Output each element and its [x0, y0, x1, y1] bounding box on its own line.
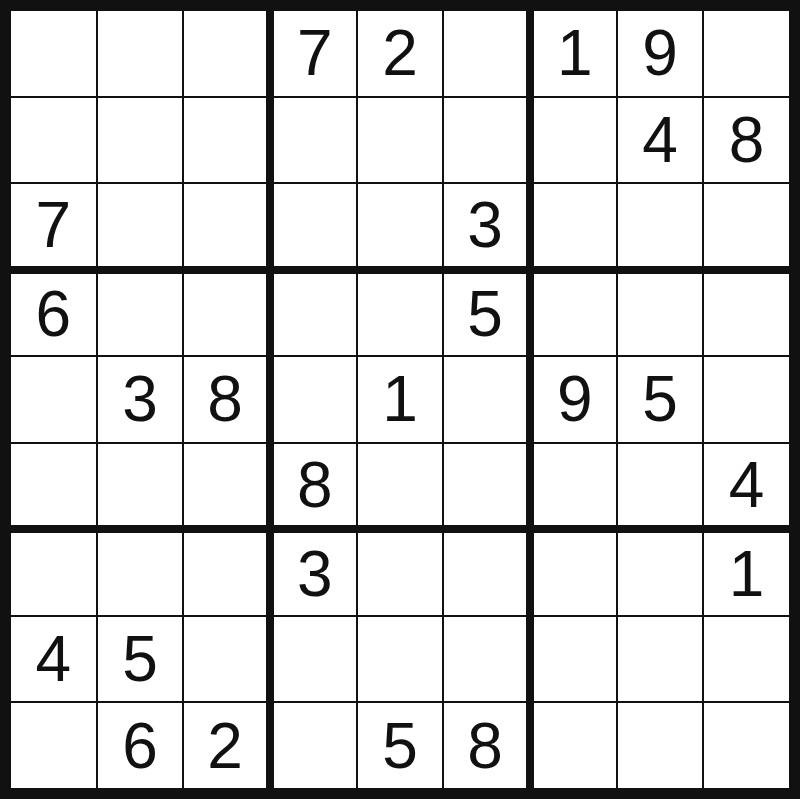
cell-r9c9[interactable] [703, 702, 790, 789]
cell-r4c6: 5 [443, 270, 530, 357]
cell-r3c9[interactable] [703, 183, 790, 270]
cell-r2c5[interactable] [357, 97, 444, 184]
cell-r5c5: 1 [357, 356, 444, 443]
cell-r8c6[interactable] [443, 616, 530, 703]
cell-r7c3[interactable] [183, 529, 270, 616]
cell-r1c2[interactable] [97, 10, 184, 97]
cell-r9c8[interactable] [617, 702, 704, 789]
cell-r5c9[interactable] [703, 356, 790, 443]
cell-r9c3: 2 [183, 702, 270, 789]
cell-r1c4: 7 [270, 10, 357, 97]
cell-r9c7[interactable] [530, 702, 617, 789]
cell-r5c4[interactable] [270, 356, 357, 443]
cell-r2c8: 4 [617, 97, 704, 184]
cell-r3c8[interactable] [617, 183, 704, 270]
cell-r2c3[interactable] [183, 97, 270, 184]
cell-r6c7[interactable] [530, 443, 617, 530]
cell-r3c6: 3 [443, 183, 530, 270]
cell-r2c2[interactable] [97, 97, 184, 184]
cell-r5c6[interactable] [443, 356, 530, 443]
cell-r7c5[interactable] [357, 529, 444, 616]
cell-r1c6[interactable] [443, 10, 530, 97]
cell-r7c8[interactable] [617, 529, 704, 616]
cell-r3c4[interactable] [270, 183, 357, 270]
cell-r6c3[interactable] [183, 443, 270, 530]
cell-r5c1[interactable] [10, 356, 97, 443]
cell-r3c7[interactable] [530, 183, 617, 270]
cell-r8c4[interactable] [270, 616, 357, 703]
cell-r5c7: 9 [530, 356, 617, 443]
cell-r6c1[interactable] [10, 443, 97, 530]
cell-r8c7[interactable] [530, 616, 617, 703]
cell-r3c5[interactable] [357, 183, 444, 270]
cell-r8c2: 5 [97, 616, 184, 703]
cell-r2c7[interactable] [530, 97, 617, 184]
cell-r3c1: 7 [10, 183, 97, 270]
cell-r7c4: 3 [270, 529, 357, 616]
cell-r6c2[interactable] [97, 443, 184, 530]
cell-r3c2[interactable] [97, 183, 184, 270]
cell-r4c5[interactable] [357, 270, 444, 357]
sudoku-board: 7219487365381958431456258 [0, 0, 800, 799]
cell-r9c5: 5 [357, 702, 444, 789]
cell-r5c8: 5 [617, 356, 704, 443]
cell-r2c9: 8 [703, 97, 790, 184]
cell-r7c2[interactable] [97, 529, 184, 616]
cell-r6c4: 8 [270, 443, 357, 530]
cell-r9c4[interactable] [270, 702, 357, 789]
cell-r1c3[interactable] [183, 10, 270, 97]
cell-r3c3[interactable] [183, 183, 270, 270]
cell-r7c7[interactable] [530, 529, 617, 616]
cell-r9c6: 8 [443, 702, 530, 789]
cell-r5c3: 8 [183, 356, 270, 443]
cell-r4c4[interactable] [270, 270, 357, 357]
cell-r8c9[interactable] [703, 616, 790, 703]
cell-r4c7[interactable] [530, 270, 617, 357]
cell-r6c5[interactable] [357, 443, 444, 530]
cell-r9c1[interactable] [10, 702, 97, 789]
cell-r4c8[interactable] [617, 270, 704, 357]
cell-r7c9: 1 [703, 529, 790, 616]
cell-r8c3[interactable] [183, 616, 270, 703]
cell-r1c8: 9 [617, 10, 704, 97]
cell-r6c6[interactable] [443, 443, 530, 530]
cell-r4c1: 6 [10, 270, 97, 357]
cell-r1c1[interactable] [10, 10, 97, 97]
cell-r8c1: 4 [10, 616, 97, 703]
cell-r5c2: 3 [97, 356, 184, 443]
cell-r2c1[interactable] [10, 97, 97, 184]
cell-r2c4[interactable] [270, 97, 357, 184]
cell-r6c8[interactable] [617, 443, 704, 530]
cell-r1c7: 1 [530, 10, 617, 97]
cell-r1c5: 2 [357, 10, 444, 97]
cell-r8c8[interactable] [617, 616, 704, 703]
cell-r4c3[interactable] [183, 270, 270, 357]
cell-r7c6[interactable] [443, 529, 530, 616]
cell-r6c9: 4 [703, 443, 790, 530]
cell-r2c6[interactable] [443, 97, 530, 184]
cell-r4c2[interactable] [97, 270, 184, 357]
cell-r9c2: 6 [97, 702, 184, 789]
cell-r8c5[interactable] [357, 616, 444, 703]
cell-r7c1[interactable] [10, 529, 97, 616]
cell-r4c9[interactable] [703, 270, 790, 357]
cell-r1c9[interactable] [703, 10, 790, 97]
